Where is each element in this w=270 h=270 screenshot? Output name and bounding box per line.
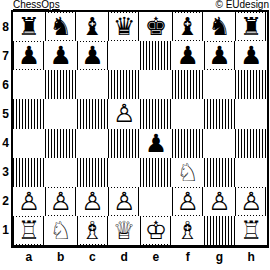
piece-white-king-e1[interactable]: ♔ <box>143 217 169 244</box>
piece-white-pawn-b2[interactable]: ♙ <box>48 188 74 215</box>
rank-label-1: 1 <box>0 216 11 245</box>
rank-label-3: 3 <box>0 158 11 187</box>
piece-black-pawn-f7[interactable]: ♟ <box>175 42 201 69</box>
file-label-f: f <box>172 249 204 265</box>
square-g4[interactable] <box>204 129 236 158</box>
square-c2[interactable]: ♙ <box>77 187 109 216</box>
piece-black-pawn-a7[interactable]: ♟ <box>16 42 42 69</box>
square-c7[interactable]: ♟ <box>77 41 109 70</box>
piece-black-knight-g8[interactable]: ♞ <box>206 13 232 40</box>
square-e5[interactable] <box>140 99 172 128</box>
file-label-a: a <box>13 249 45 265</box>
square-b1[interactable]: ♘ <box>45 216 77 245</box>
piece-white-rook-h1[interactable]: ♖ <box>238 217 264 244</box>
square-g2[interactable]: ♙ <box>204 187 236 216</box>
square-a3[interactable] <box>13 158 45 187</box>
piece-black-pawn-b7[interactable]: ♟ <box>48 42 74 69</box>
piece-black-bishop-c8[interactable]: ♝ <box>79 13 105 40</box>
rank-label-8: 8 <box>0 12 11 41</box>
square-f7[interactable]: ♟ <box>172 41 204 70</box>
square-g1[interactable] <box>204 216 236 245</box>
piece-black-bishop-f8[interactable]: ♝ <box>175 13 201 40</box>
square-d3[interactable] <box>108 158 140 187</box>
square-c8[interactable]: ♝ <box>77 12 109 41</box>
piece-black-pawn-h7[interactable]: ♟ <box>238 42 264 69</box>
rank-label-5: 5 <box>0 99 11 128</box>
square-d1[interactable]: ♕ <box>108 216 140 245</box>
square-h2[interactable]: ♙ <box>235 187 267 216</box>
piece-white-bishop-f1[interactable]: ♗ <box>175 217 201 244</box>
square-a6[interactable] <box>13 70 45 99</box>
square-a5[interactable] <box>13 99 45 128</box>
file-label-b: b <box>45 249 77 265</box>
square-c1[interactable]: ♗ <box>77 216 109 245</box>
square-f1[interactable]: ♗ <box>172 216 204 245</box>
square-e8[interactable]: ♚ <box>140 12 172 41</box>
piece-black-pawn-e4[interactable]: ♟ <box>143 130 169 157</box>
square-f8[interactable]: ♝ <box>172 12 204 41</box>
piece-white-pawn-c2[interactable]: ♙ <box>79 188 105 215</box>
piece-white-knight-f3[interactable]: ♘ <box>175 159 201 186</box>
square-d7[interactable] <box>108 41 140 70</box>
file-label-h: h <box>235 249 267 265</box>
square-h3[interactable] <box>235 158 267 187</box>
piece-white-pawn-f2[interactable]: ♙ <box>175 188 201 215</box>
rank-label-6: 6 <box>0 70 11 99</box>
rank-labels: 87654321 <box>0 12 11 245</box>
square-a8[interactable]: ♜ <box>13 12 45 41</box>
square-b7[interactable]: ♟ <box>45 41 77 70</box>
piece-black-rook-a8[interactable]: ♜ <box>16 13 42 40</box>
piece-black-pawn-g7[interactable]: ♟ <box>206 42 232 69</box>
square-b3[interactable] <box>45 158 77 187</box>
square-h1[interactable]: ♖ <box>235 216 267 245</box>
square-g7[interactable]: ♟ <box>204 41 236 70</box>
square-e1[interactable]: ♔ <box>140 216 172 245</box>
square-b6[interactable] <box>45 70 77 99</box>
square-h6[interactable] <box>235 70 267 99</box>
square-b2[interactable]: ♙ <box>45 187 77 216</box>
square-a7[interactable]: ♟ <box>13 41 45 70</box>
app-title: ChessOps <box>13 0 60 10</box>
piece-white-pawn-d5[interactable]: ♙ <box>111 100 137 127</box>
piece-white-rook-a1[interactable]: ♖ <box>16 217 42 244</box>
piece-white-knight-b1[interactable]: ♘ <box>48 217 74 244</box>
piece-black-pawn-c7[interactable]: ♟ <box>79 42 105 69</box>
square-d2[interactable]: ♙ <box>108 187 140 216</box>
piece-white-pawn-h2[interactable]: ♙ <box>238 188 264 215</box>
piece-white-bishop-c1[interactable]: ♗ <box>79 217 105 244</box>
square-d4[interactable] <box>108 129 140 158</box>
file-label-c: c <box>77 249 109 265</box>
file-label-e: e <box>140 249 172 265</box>
square-f5[interactable] <box>172 99 204 128</box>
rank-label-2: 2 <box>0 187 11 216</box>
chess-board: ♜♞♝♛♚♝♞♜♟♟♟♟♟♟♙♟♘♙♙♙♙♙♙♙♖♘♗♕♔♗♖ <box>11 10 269 248</box>
square-h4[interactable] <box>235 129 267 158</box>
piece-white-pawn-a2[interactable]: ♙ <box>16 188 42 215</box>
piece-white-queen-d1[interactable]: ♕ <box>111 217 137 244</box>
square-a4[interactable] <box>13 129 45 158</box>
piece-black-knight-b8[interactable]: ♞ <box>48 13 74 40</box>
square-g3[interactable] <box>204 158 236 187</box>
square-e7[interactable] <box>140 41 172 70</box>
copyright-label: © EUdesign <box>215 0 269 10</box>
piece-white-pawn-g2[interactable]: ♙ <box>206 188 232 215</box>
square-c5[interactable] <box>77 99 109 128</box>
square-f6[interactable] <box>172 70 204 99</box>
square-b8[interactable]: ♞ <box>45 12 77 41</box>
square-f2[interactable]: ♙ <box>172 187 204 216</box>
square-h8[interactable]: ♜ <box>235 12 267 41</box>
square-e4[interactable]: ♟ <box>140 129 172 158</box>
square-e6[interactable] <box>140 70 172 99</box>
square-d5[interactable]: ♙ <box>108 99 140 128</box>
square-g5[interactable] <box>204 99 236 128</box>
square-h7[interactable]: ♟ <box>235 41 267 70</box>
square-e3[interactable] <box>140 158 172 187</box>
rank-label-7: 7 <box>0 41 11 70</box>
square-c6[interactable] <box>77 70 109 99</box>
file-labels: abcdefgh <box>13 249 267 265</box>
square-b5[interactable] <box>45 99 77 128</box>
square-b4[interactable] <box>45 129 77 158</box>
piece-white-pawn-d2[interactable]: ♙ <box>111 188 137 215</box>
rank-label-4: 4 <box>0 129 11 158</box>
square-g8[interactable]: ♞ <box>204 12 236 41</box>
file-label-g: g <box>204 249 236 265</box>
piece-black-king-e8[interactable]: ♚ <box>143 13 169 40</box>
square-a2[interactable]: ♙ <box>13 187 45 216</box>
square-c3[interactable] <box>77 158 109 187</box>
piece-black-queen-d8[interactable]: ♛ <box>111 13 137 40</box>
square-g6[interactable] <box>204 70 236 99</box>
square-f4[interactable] <box>172 129 204 158</box>
square-d8[interactable]: ♛ <box>108 12 140 41</box>
square-e2[interactable] <box>140 187 172 216</box>
square-a1[interactable]: ♖ <box>13 216 45 245</box>
square-d6[interactable] <box>108 70 140 99</box>
file-label-d: d <box>108 249 140 265</box>
square-f3[interactable]: ♘ <box>172 158 204 187</box>
piece-black-rook-h8[interactable]: ♜ <box>238 13 264 40</box>
square-h5[interactable] <box>235 99 267 128</box>
square-c4[interactable] <box>77 129 109 158</box>
